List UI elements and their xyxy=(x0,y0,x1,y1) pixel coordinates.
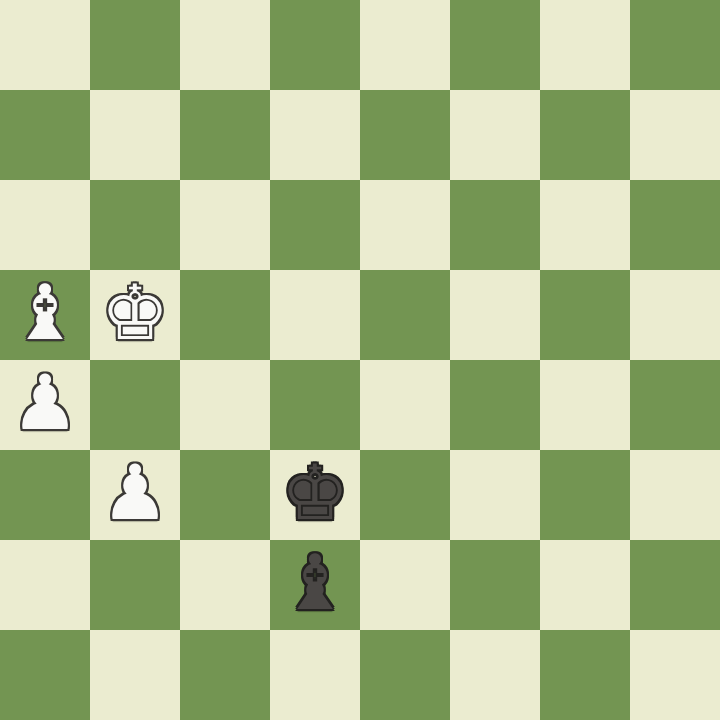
square-h6[interactable] xyxy=(630,180,720,270)
square-c6[interactable] xyxy=(180,180,270,270)
white-bishop[interactable]: ♝ xyxy=(11,270,79,358)
square-c3[interactable] xyxy=(180,450,270,540)
square-b6[interactable] xyxy=(90,180,180,270)
square-e5[interactable] xyxy=(360,270,450,360)
square-d1[interactable] xyxy=(270,630,360,720)
square-e1[interactable] xyxy=(360,630,450,720)
square-g4[interactable] xyxy=(540,360,630,450)
square-f7[interactable] xyxy=(450,90,540,180)
square-g8[interactable] xyxy=(540,0,630,90)
square-a2[interactable] xyxy=(0,540,90,630)
square-h2[interactable] xyxy=(630,540,720,630)
chess-board: ♝♚♟♟♚♝ xyxy=(0,0,720,720)
square-f5[interactable] xyxy=(450,270,540,360)
white-king[interactable]: ♚ xyxy=(101,270,169,358)
square-f8[interactable] xyxy=(450,0,540,90)
square-b8[interactable] xyxy=(90,0,180,90)
square-b5[interactable]: ♚ xyxy=(90,270,180,360)
square-e6[interactable] xyxy=(360,180,450,270)
square-h5[interactable] xyxy=(630,270,720,360)
square-e7[interactable] xyxy=(360,90,450,180)
black-king[interactable]: ♚ xyxy=(281,450,349,538)
square-b4[interactable] xyxy=(90,360,180,450)
square-c2[interactable] xyxy=(180,540,270,630)
square-e2[interactable] xyxy=(360,540,450,630)
square-f4[interactable] xyxy=(450,360,540,450)
square-c5[interactable] xyxy=(180,270,270,360)
square-f1[interactable] xyxy=(450,630,540,720)
square-h3[interactable] xyxy=(630,450,720,540)
square-g7[interactable] xyxy=(540,90,630,180)
white-pawn[interactable]: ♟ xyxy=(101,450,169,538)
square-c4[interactable] xyxy=(180,360,270,450)
square-h4[interactable] xyxy=(630,360,720,450)
square-a5[interactable]: ♝ xyxy=(0,270,90,360)
square-b1[interactable] xyxy=(90,630,180,720)
square-a8[interactable] xyxy=(0,0,90,90)
white-pawn[interactable]: ♟ xyxy=(11,360,79,448)
square-a4[interactable]: ♟ xyxy=(0,360,90,450)
square-f3[interactable] xyxy=(450,450,540,540)
square-a7[interactable] xyxy=(0,90,90,180)
square-b3[interactable]: ♟ xyxy=(90,450,180,540)
square-g5[interactable] xyxy=(540,270,630,360)
square-a3[interactable] xyxy=(0,450,90,540)
square-f2[interactable] xyxy=(450,540,540,630)
square-d8[interactable] xyxy=(270,0,360,90)
square-f6[interactable] xyxy=(450,180,540,270)
square-d7[interactable] xyxy=(270,90,360,180)
square-g3[interactable] xyxy=(540,450,630,540)
square-g1[interactable] xyxy=(540,630,630,720)
square-e8[interactable] xyxy=(360,0,450,90)
square-b2[interactable] xyxy=(90,540,180,630)
square-e3[interactable] xyxy=(360,450,450,540)
square-e4[interactable] xyxy=(360,360,450,450)
square-h8[interactable] xyxy=(630,0,720,90)
square-a1[interactable] xyxy=(0,630,90,720)
square-g2[interactable] xyxy=(540,540,630,630)
square-b7[interactable] xyxy=(90,90,180,180)
square-c7[interactable] xyxy=(180,90,270,180)
black-bishop[interactable]: ♝ xyxy=(281,540,349,628)
square-d3[interactable]: ♚ xyxy=(270,450,360,540)
square-g6[interactable] xyxy=(540,180,630,270)
square-d6[interactable] xyxy=(270,180,360,270)
square-d4[interactable] xyxy=(270,360,360,450)
square-c8[interactable] xyxy=(180,0,270,90)
square-d5[interactable] xyxy=(270,270,360,360)
square-a6[interactable] xyxy=(0,180,90,270)
square-h7[interactable] xyxy=(630,90,720,180)
square-c1[interactable] xyxy=(180,630,270,720)
square-d2[interactable]: ♝ xyxy=(270,540,360,630)
square-h1[interactable] xyxy=(630,630,720,720)
